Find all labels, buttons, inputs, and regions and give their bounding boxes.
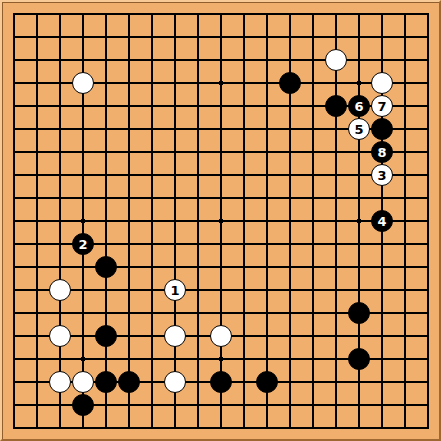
star-point — [357, 81, 361, 85]
white-stone — [371, 72, 393, 94]
move-number: 1 — [170, 284, 179, 297]
move-number: 8 — [377, 146, 386, 159]
move-number: 6 — [354, 100, 363, 113]
black-stone — [118, 371, 140, 393]
black-stone-move-4: 4 — [371, 210, 393, 232]
black-stone — [279, 72, 301, 94]
white-stone — [210, 325, 232, 347]
black-stone-move-6: 6 — [348, 95, 370, 117]
black-stone-move-2: 2 — [72, 233, 94, 255]
black-stone — [95, 256, 117, 278]
black-stone — [95, 371, 117, 393]
move-number: 7 — [377, 100, 386, 113]
black-stone — [348, 348, 370, 370]
black-stone-move-8: 8 — [371, 141, 393, 163]
white-stone — [164, 325, 186, 347]
go-board[interactable]: 75316842 — [0, 0, 441, 441]
move-number: 3 — [377, 169, 386, 182]
white-stone-move-5: 5 — [348, 118, 370, 140]
move-number: 4 — [377, 215, 386, 228]
star-point — [81, 219, 85, 223]
black-stone — [371, 118, 393, 140]
black-stone — [256, 371, 278, 393]
white-stone — [72, 371, 94, 393]
white-stone — [164, 371, 186, 393]
black-stone — [348, 302, 370, 324]
black-stone — [72, 394, 94, 416]
star-point — [219, 219, 223, 223]
black-stone — [95, 325, 117, 347]
white-stone — [72, 72, 94, 94]
white-stone — [49, 279, 71, 301]
move-number: 5 — [354, 123, 363, 136]
white-stone-move-3: 3 — [371, 164, 393, 186]
star-point — [219, 357, 223, 361]
white-stone — [325, 49, 347, 71]
white-stone-move-1: 1 — [164, 279, 186, 301]
black-stone — [210, 371, 232, 393]
white-stone — [49, 371, 71, 393]
white-stone — [49, 325, 71, 347]
move-number: 2 — [78, 238, 87, 251]
star-point — [219, 81, 223, 85]
black-stone — [325, 95, 347, 117]
star-point — [81, 357, 85, 361]
white-stone-move-7: 7 — [371, 95, 393, 117]
star-point — [357, 219, 361, 223]
board-points-grid: 75316842 — [3, 3, 440, 440]
